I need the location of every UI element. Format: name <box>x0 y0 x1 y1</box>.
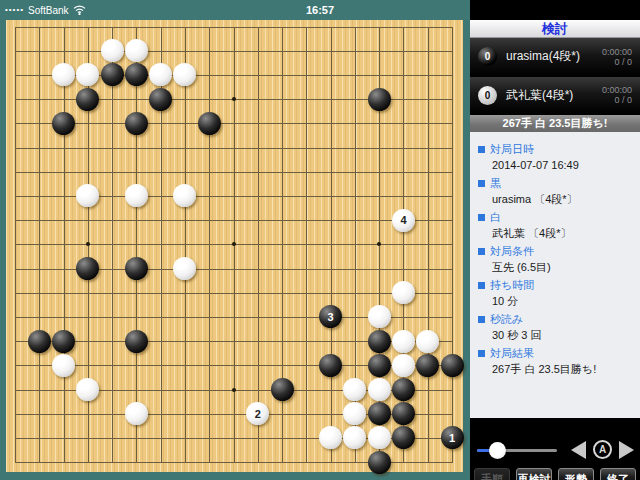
star-point <box>232 242 236 246</box>
white-periods: 0 / 0 <box>602 95 632 105</box>
info-label: 黒 <box>470 175 640 191</box>
info-item: 秒読み30 秒 3 回 <box>470 311 640 344</box>
grid-line <box>15 293 453 294</box>
info-label: 対局条件 <box>470 243 640 259</box>
status-bar-left: ••••• SoftBank <box>0 0 470 20</box>
white-stone <box>173 63 196 86</box>
black-player-row: 0 urasima(4段*) 0:00:00 0 / 0 <box>470 38 640 77</box>
info-value: 267手 白 23.5目勝ち! <box>470 361 640 378</box>
white-stone <box>125 184 148 207</box>
grid-line <box>258 27 259 464</box>
info-item: 持ち時間10 分 <box>470 277 640 310</box>
signal-strength-icon: ••••• <box>5 5 24 14</box>
white-stone <box>392 354 415 377</box>
white-stone <box>52 354 75 377</box>
grid-line <box>331 27 332 464</box>
white-stone <box>76 378 99 401</box>
black-stone-captures-icon: 0 <box>478 47 497 66</box>
black-stone <box>28 330 51 353</box>
star-point <box>86 242 90 246</box>
result-banner: 267手 白 23.5目勝ち! <box>470 115 640 132</box>
black-stone <box>441 354 464 377</box>
white-stone <box>101 39 124 62</box>
black-player-name: urasima(4段*) <box>506 48 580 65</box>
black-periods: 0 / 0 <box>602 57 632 67</box>
white-stone <box>343 426 366 449</box>
black-stone <box>52 112 75 135</box>
black-stone <box>198 112 221 135</box>
bullet-icon <box>478 146 485 153</box>
info-item: 白武礼葉 〔4段*〕 <box>470 209 640 242</box>
black-stone <box>125 330 148 353</box>
white-stone: 4 <box>392 209 415 232</box>
black-stone <box>76 257 99 280</box>
info-label: 持ち時間 <box>470 277 640 293</box>
white-player-name: 武礼葉(4段*) <box>506 87 573 104</box>
white-stone <box>52 63 75 86</box>
bullet-icon <box>478 248 485 255</box>
bullet-icon <box>478 316 485 323</box>
black-stone <box>368 88 391 111</box>
black-stone <box>368 354 391 377</box>
bullet-icon <box>478 214 485 221</box>
white-stone-captures-icon: 0 <box>478 86 497 105</box>
black-player-clock: 0:00:00 0 / 0 <box>602 47 632 67</box>
info-label: 秒読み <box>470 311 640 327</box>
white-player-clock: 0:00:00 0 / 0 <box>602 85 632 105</box>
black-stone <box>125 257 148 280</box>
white-stone <box>319 426 342 449</box>
black-stone <box>392 378 415 401</box>
white-stone <box>125 39 148 62</box>
grid-line <box>306 27 307 464</box>
auto-play-icon[interactable]: A <box>593 440 612 459</box>
black-time: 0:00:00 <box>602 47 632 57</box>
black-stone <box>319 354 342 377</box>
white-stone <box>392 281 415 304</box>
info-item: 対局条件互先 (6.5目) <box>470 243 640 276</box>
black-stone <box>125 112 148 135</box>
white-stone <box>76 184 99 207</box>
black-stone <box>368 330 391 353</box>
black-stone <box>101 63 124 86</box>
white-stone <box>368 426 391 449</box>
action-button-bar: 手順再検討形勢終了 <box>470 468 640 480</box>
star-point <box>377 242 381 246</box>
black-stone <box>271 378 294 401</box>
info-value: 10 分 <box>470 293 640 310</box>
black-stone <box>76 88 99 111</box>
black-stone <box>52 330 75 353</box>
white-stone <box>343 378 366 401</box>
bullet-icon <box>478 282 485 289</box>
next-move-icon[interactable] <box>619 441 634 459</box>
move-nav: A <box>571 440 634 459</box>
white-stone <box>392 330 415 353</box>
panel-title: 検討 <box>470 20 640 38</box>
info-value: 互先 (6.5目) <box>470 259 640 276</box>
info-value: 30 秒 3 回 <box>470 327 640 344</box>
black-stone <box>149 88 172 111</box>
black-stone <box>392 426 415 449</box>
info-label: 対局日時 <box>470 141 640 157</box>
white-stone <box>343 402 366 425</box>
board-area-background: ••••• SoftBank 4321 <box>0 0 470 480</box>
carrier-label: SoftBank <box>28 5 69 16</box>
star-point <box>232 97 236 101</box>
black-stone <box>368 402 391 425</box>
white-stone <box>173 257 196 280</box>
star-point <box>232 388 236 392</box>
white-stone <box>125 402 148 425</box>
prev-move-icon[interactable] <box>571 441 586 459</box>
grid-line <box>428 27 429 464</box>
black-stone <box>125 63 148 86</box>
info-value: 武礼葉 〔4段*〕 <box>470 225 640 242</box>
white-stone <box>368 305 391 328</box>
score-estimate-button[interactable]: 形勢 <box>558 468 594 480</box>
black-stone: 1 <box>441 426 464 449</box>
white-stone <box>368 378 391 401</box>
player-info-section: 0 urasima(4段*) 0:00:00 0 / 0 0 武礼葉(4段*) … <box>470 38 640 115</box>
exit-button[interactable]: 終了 <box>600 468 636 480</box>
black-stone <box>392 402 415 425</box>
white-stone <box>416 330 439 353</box>
black-stone <box>368 451 391 474</box>
info-value: urasima 〔4段*〕 <box>470 191 640 208</box>
wifi-icon <box>73 5 86 17</box>
black-stone <box>416 354 439 377</box>
info-label: 白 <box>470 209 640 225</box>
info-item: 対局結果267手 白 23.5目勝ち! <box>470 345 640 378</box>
white-stone <box>173 184 196 207</box>
info-item: 対局日時2014-07-07 16:49 <box>470 141 640 174</box>
review-controls: A 手順再検討形勢終了 <box>470 418 640 480</box>
moves-button: 手順 <box>474 468 510 480</box>
info-label: 対局結果 <box>470 345 640 361</box>
move-slider-knob[interactable] <box>489 442 506 459</box>
info-item: 黒urasima 〔4段*〕 <box>470 175 640 208</box>
white-stone <box>76 63 99 86</box>
go-board[interactable]: 4321 <box>6 20 463 472</box>
grid-line <box>452 27 453 464</box>
bullet-icon <box>478 350 485 357</box>
white-time: 0:00:00 <box>602 85 632 95</box>
game-info-list: 対局日時2014-07-07 16:49黒urasima 〔4段*〕白武礼葉 〔… <box>470 132 640 418</box>
re-review-button[interactable]: 再検討 <box>516 468 552 480</box>
black-stone: 3 <box>319 305 342 328</box>
info-value: 2014-07-07 16:49 <box>470 157 640 174</box>
white-stone: 2 <box>246 402 269 425</box>
white-player-row: 0 武礼葉(4段*) 0:00:00 0 / 0 <box>470 77 640 116</box>
bullet-icon <box>478 180 485 187</box>
white-stone <box>149 63 172 86</box>
app-screen: ••••• SoftBank 4321 16:57 69% 検討 <box>0 0 640 480</box>
review-panel: 69% 検討 0 urasima(4段*) 0:00:00 0 / 0 0 武礼… <box>470 0 640 480</box>
